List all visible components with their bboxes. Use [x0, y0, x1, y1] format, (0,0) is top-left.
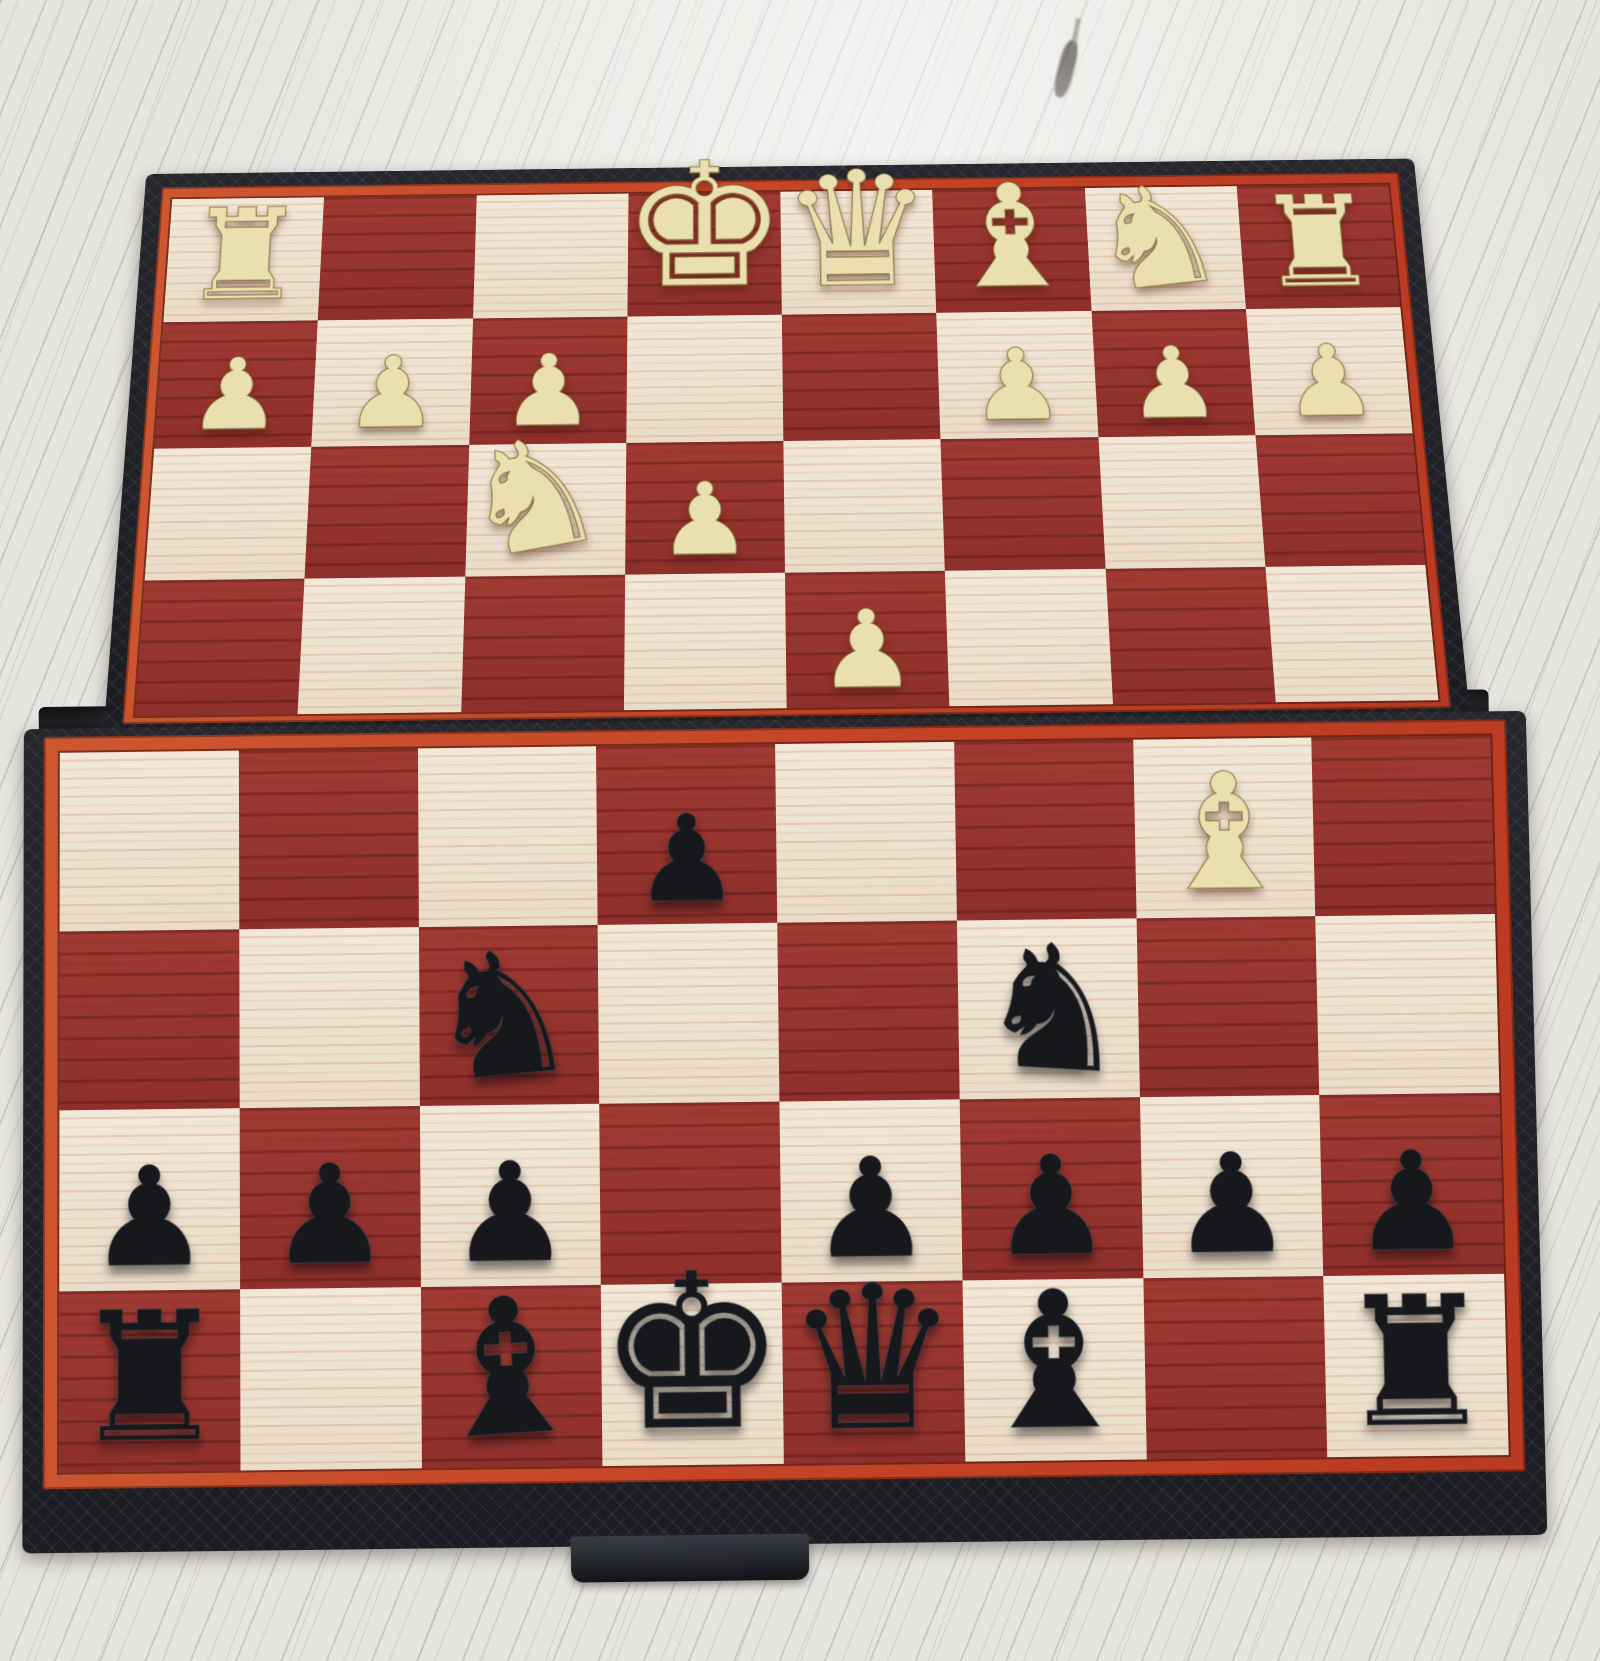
square-a8[interactable]: ♜ — [1323, 1273, 1508, 1457]
square-h7[interactable]: ♟ — [59, 1108, 240, 1291]
square-g4[interactable] — [298, 576, 465, 714]
piece-white-P-h2[interactable]: ♟ — [186, 345, 286, 445]
square-f8[interactable]: ♝ — [420, 1284, 602, 1468]
square-d2[interactable] — [782, 312, 941, 441]
square-d8[interactable]: ♛ — [782, 1280, 965, 1464]
square-b1[interactable]: ♞ — [1084, 186, 1245, 310]
piece-white-N-b1[interactable]: ♞ — [1078, 162, 1235, 314]
square-g1[interactable] — [318, 195, 476, 319]
piece-white-R-h1[interactable]: ♜ — [179, 191, 309, 318]
square-c5[interactable] — [954, 740, 1136, 920]
piece-white-P-a2[interactable]: ♟ — [1278, 331, 1381, 431]
square-c1[interactable]: ♝ — [932, 188, 1091, 312]
square-b2[interactable]: ♟ — [1091, 309, 1255, 438]
square-h4[interactable] — [135, 578, 305, 716]
piece-white-P-e3[interactable]: ♟ — [657, 468, 752, 570]
square-e3[interactable]: ♟ — [625, 441, 785, 574]
square-a1[interactable]: ♜ — [1236, 184, 1400, 308]
square-g5[interactable] — [239, 748, 419, 928]
piece-black-P-h7[interactable]: ♟ — [88, 1148, 210, 1287]
piece-white-K-e1[interactable]: ♚ — [620, 139, 790, 313]
square-h3[interactable] — [145, 447, 312, 580]
piece-black-N-f6[interactable]: ♞ — [417, 922, 586, 1108]
square-g6[interactable] — [239, 927, 419, 1109]
board-grid-ranks-5-8: ♟♝♞♞♟♟♟♟♟♟♟♜♝♚♛♝♜ — [59, 735, 1509, 1472]
piece-black-P-b7[interactable]: ♟ — [1169, 1134, 1294, 1273]
square-g3[interactable] — [305, 445, 469, 578]
square-b4[interactable] — [1105, 566, 1275, 704]
square-b5[interactable]: ♝ — [1133, 738, 1316, 918]
square-d1[interactable]: ♛ — [780, 190, 936, 314]
board-border-stripe: ♟♝♞♞♟♟♟♟♟♟♟♜♝♚♛♝♜ — [43, 719, 1526, 1489]
piece-black-B-f8[interactable]: ♝ — [417, 1269, 596, 1469]
piece-black-K-e8[interactable]: ♚ — [596, 1245, 789, 1462]
square-b6[interactable] — [1136, 916, 1319, 1098]
square-d5[interactable] — [775, 742, 957, 922]
piece-black-B-c8[interactable]: ♝ — [969, 1266, 1140, 1457]
piece-white-P-d4[interactable]: ♟ — [816, 595, 918, 704]
square-b7[interactable]: ♟ — [1139, 1095, 1323, 1278]
square-a5[interactable] — [1312, 735, 1495, 915]
piece-white-P-g2[interactable]: ♟ — [343, 343, 441, 443]
square-f1[interactable] — [473, 194, 629, 318]
square-c4[interactable] — [945, 568, 1112, 706]
square-h2[interactable]: ♟ — [154, 320, 318, 449]
piece-white-P-b2[interactable]: ♟ — [1123, 333, 1224, 433]
square-g8[interactable] — [240, 1287, 422, 1471]
square-c6[interactable]: ♞ — [957, 918, 1140, 1100]
square-a3[interactable] — [1255, 433, 1425, 566]
square-a6[interactable] — [1315, 913, 1499, 1095]
square-c2[interactable]: ♟ — [936, 310, 1098, 439]
square-a2[interactable]: ♟ — [1246, 307, 1413, 436]
square-h8[interactable]: ♜ — [59, 1289, 240, 1473]
piece-white-B-c1[interactable]: ♝ — [939, 165, 1084, 309]
board-grid-ranks-1-4: ♜♚♛♝♞♜♟♟♟♟♟♟♞♟♟ — [135, 184, 1439, 716]
piece-white-Q-d1[interactable]: ♛ — [779, 150, 938, 311]
square-a4[interactable] — [1265, 564, 1438, 702]
square-g7[interactable]: ♟ — [239, 1106, 420, 1289]
piece-black-P-e5[interactable]: ♟ — [632, 798, 741, 920]
board-half-far: ♜♚♛♝♞♜♟♟♟♟♟♟♞♟♟ — [104, 159, 1470, 731]
square-e5[interactable]: ♟ — [596, 744, 777, 924]
square-h1[interactable]: ♜ — [163, 197, 324, 321]
square-a7[interactable]: ♟ — [1319, 1093, 1504, 1276]
piece-white-P-c2[interactable]: ♟ — [968, 335, 1067, 435]
piece-white-N-f3[interactable]: ♞ — [450, 409, 616, 584]
piece-white-R-a1[interactable]: ♜ — [1251, 178, 1384, 305]
square-b8[interactable] — [1143, 1276, 1328, 1460]
square-f5[interactable] — [417, 746, 597, 926]
square-f3[interactable]: ♞ — [465, 443, 626, 576]
square-d3[interactable] — [783, 439, 945, 572]
piece-black-N-c6[interactable]: ♞ — [973, 918, 1135, 1098]
square-e6[interactable] — [598, 922, 780, 1104]
board-half-near: ♟♝♞♞♟♟♟♟♟♟♟♜♝♚♛♝♜ — [22, 711, 1547, 1554]
piece-black-P-g7[interactable]: ♟ — [269, 1145, 392, 1284]
board-border-stripe: ♜♚♛♝♞♜♟♟♟♟♟♟♞♟♟ — [122, 172, 1451, 724]
square-c3[interactable] — [941, 437, 1105, 570]
square-h6[interactable] — [59, 929, 239, 1111]
square-f6[interactable]: ♞ — [418, 924, 599, 1106]
chess-board: ♜♚♛♝♞♜♟♟♟♟♟♟♞♟♟ ♟♝♞♞♟♟♟♟♟♟♟♜♝♚♛♝♜ — [0, 0, 1600, 1661]
square-b3[interactable] — [1098, 435, 1265, 568]
square-e4[interactable] — [624, 572, 787, 710]
square-d4[interactable]: ♟ — [785, 570, 950, 708]
case-clasp[interactable] — [571, 1534, 810, 1583]
square-e1[interactable]: ♚ — [627, 192, 782, 316]
square-h5[interactable] — [60, 751, 239, 931]
piece-black-R-h8[interactable]: ♜ — [70, 1287, 229, 1468]
square-c8[interactable]: ♝ — [962, 1278, 1146, 1462]
square-d6[interactable] — [777, 920, 959, 1102]
piece-black-Q-d8[interactable]: ♛ — [783, 1258, 963, 1460]
piece-black-R-a8[interactable]: ♜ — [1334, 1272, 1497, 1453]
piece-white-B-b5[interactable]: ♝ — [1151, 751, 1298, 913]
square-e8[interactable]: ♚ — [601, 1282, 784, 1466]
square-e2[interactable] — [626, 314, 783, 443]
piece-black-P-a7[interactable]: ♟ — [1349, 1132, 1474, 1271]
photo-scene: ♜♚♛♝♞♜♟♟♟♟♟♟♞♟♟ ♟♝♞♞♟♟♟♟♟♟♟♜♝♚♛♝♜ — [0, 0, 1600, 1661]
